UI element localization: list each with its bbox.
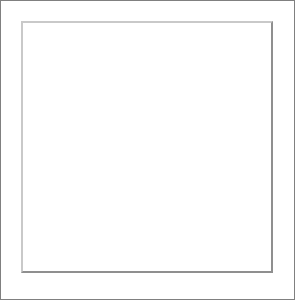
file-labels-bottom (23, 273, 271, 299)
rank-labels-left (1, 23, 21, 271)
file-labels-top (23, 1, 271, 22)
chess-board (21, 21, 273, 273)
chess-board-window (0, 0, 295, 300)
rank-labels-right (273, 23, 294, 271)
